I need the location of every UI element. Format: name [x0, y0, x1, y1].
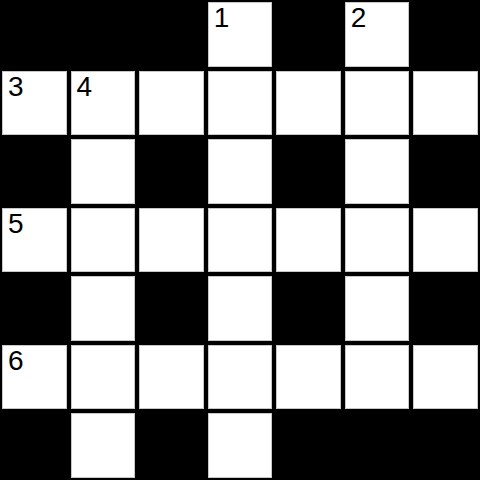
white-cell-r4c1[interactable]: 5 — [2, 208, 67, 273]
white-cell-r2c7[interactable] — [413, 71, 478, 136]
white-cell-r1c4[interactable]: 1 — [208, 2, 273, 67]
white-cell-r3c4[interactable] — [208, 139, 273, 204]
black-cell-r1c3 — [137, 0, 206, 69]
crossword-board: 123456 — [0, 0, 480, 480]
black-cell-r3c3 — [137, 137, 206, 206]
black-cell-r1c1 — [0, 0, 69, 69]
white-cell-r2c3[interactable] — [139, 71, 204, 136]
black-cell-r1c2 — [69, 0, 138, 69]
black-cell-r3c7 — [411, 137, 480, 206]
white-cell-r6c3[interactable] — [139, 345, 204, 410]
white-cell-r3c6[interactable] — [345, 139, 410, 204]
white-cell-r6c5[interactable] — [276, 345, 341, 410]
black-cell-r5c1 — [0, 274, 69, 343]
black-cell-r3c1 — [0, 137, 69, 206]
white-cell-r4c7[interactable] — [413, 208, 478, 273]
white-cell-r6c4[interactable] — [208, 345, 273, 410]
white-cell-r6c2[interactable] — [71, 345, 136, 410]
clue-number-2: 2 — [351, 4, 367, 32]
black-cell-r5c5 — [274, 274, 343, 343]
clue-number-1: 1 — [214, 4, 230, 32]
white-cell-r2c2[interactable]: 4 — [71, 71, 136, 136]
black-cell-r1c7 — [411, 0, 480, 69]
white-cell-r7c2[interactable] — [71, 413, 136, 478]
white-cell-r4c4[interactable] — [208, 208, 273, 273]
white-cell-r2c6[interactable] — [345, 71, 410, 136]
white-cell-r4c5[interactable] — [276, 208, 341, 273]
white-cell-r3c2[interactable] — [71, 139, 136, 204]
white-cell-r5c4[interactable] — [208, 276, 273, 341]
white-cell-r4c6[interactable] — [345, 208, 410, 273]
black-cell-r7c3 — [137, 411, 206, 480]
black-cell-r3c5 — [274, 137, 343, 206]
clue-number-3: 3 — [8, 73, 24, 101]
white-cell-r1c6[interactable]: 2 — [345, 2, 410, 67]
white-cell-r7c4[interactable] — [208, 413, 273, 478]
white-cell-r5c6[interactable] — [345, 276, 410, 341]
white-cell-r2c1[interactable]: 3 — [2, 71, 67, 136]
black-cell-r7c5 — [274, 411, 343, 480]
white-cell-r5c2[interactable] — [71, 276, 136, 341]
black-cell-r7c7 — [411, 411, 480, 480]
black-cell-r5c7 — [411, 274, 480, 343]
clue-number-5: 5 — [8, 210, 24, 238]
white-cell-r4c2[interactable] — [71, 208, 136, 273]
white-cell-r4c3[interactable] — [139, 208, 204, 273]
white-cell-r6c7[interactable] — [413, 345, 478, 410]
white-cell-r6c6[interactable] — [345, 345, 410, 410]
white-cell-r2c4[interactable] — [208, 71, 273, 136]
clue-number-4: 4 — [77, 73, 93, 101]
white-cell-r2c5[interactable] — [276, 71, 341, 136]
black-cell-r5c3 — [137, 274, 206, 343]
clue-number-6: 6 — [8, 347, 24, 375]
black-cell-r1c5 — [274, 0, 343, 69]
black-cell-r7c6 — [343, 411, 412, 480]
black-cell-r7c1 — [0, 411, 69, 480]
white-cell-r6c1[interactable]: 6 — [2, 345, 67, 410]
